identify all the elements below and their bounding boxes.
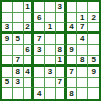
sudoku-cell-r1c2[interactable]: [13, 2, 24, 13]
sudoku-cell-r4c1[interactable]: 9: [2, 34, 13, 45]
sudoku-cell-r1c7[interactable]: [67, 2, 78, 13]
sudoku-cell-r8c8[interactable]: [77, 78, 88, 89]
sudoku-cell-r5c7[interactable]: 9: [67, 45, 78, 56]
sudoku-cell-r3c9[interactable]: [88, 23, 99, 34]
sudoku-cell-r1c8[interactable]: [77, 2, 88, 13]
sudoku-cell-r1c6[interactable]: 3: [56, 2, 67, 13]
sudoku-cell-r3c7[interactable]: 4: [67, 23, 78, 34]
sudoku-cell-r8c4[interactable]: [34, 78, 45, 89]
sudoku-cell-r4c9[interactable]: [88, 34, 99, 45]
sudoku-cell-r9c7[interactable]: 8: [67, 88, 78, 99]
sudoku-cell-r3c2[interactable]: [13, 23, 24, 34]
sudoku-cell-r3c8[interactable]: 7: [77, 23, 88, 34]
sudoku-cell-r8c1[interactable]: 5: [2, 78, 13, 89]
sudoku-cell-r9c1[interactable]: [2, 88, 13, 99]
sudoku-cell-r4c8[interactable]: 4: [77, 34, 88, 45]
sudoku-cell-r7c9[interactable]: 9: [88, 67, 99, 78]
sudoku-cell-r8c9[interactable]: [88, 78, 99, 89]
sudoku-cell-r9c6[interactable]: [56, 88, 67, 99]
sudoku-cell-r9c8[interactable]: [77, 88, 88, 99]
sudoku-cell-r2c2[interactable]: [13, 13, 24, 24]
sudoku-cell-r7c7[interactable]: 7: [67, 67, 78, 78]
sudoku-cell-r9c2[interactable]: [13, 88, 24, 99]
sudoku-cell-r8c5[interactable]: [45, 78, 56, 89]
sudoku-cell-r3c1[interactable]: 3: [2, 23, 13, 34]
sudoku-cell-r9c3[interactable]: [24, 88, 35, 99]
sudoku-cell-r1c9[interactable]: [88, 2, 99, 13]
sudoku-cell-r5c5[interactable]: [45, 45, 56, 56]
sudoku-cell-r5c1[interactable]: [2, 45, 13, 56]
sudoku-cell-r9c4[interactable]: 4: [34, 88, 45, 99]
sudoku-cell-r1c3[interactable]: 1: [24, 2, 35, 13]
sudoku-cell-r9c9[interactable]: [88, 88, 99, 99]
sudoku-cell-r8c6[interactable]: 7: [56, 78, 67, 89]
sudoku-cell-r7c2[interactable]: 8: [13, 67, 24, 78]
sudoku-cell-r3c3[interactable]: 2: [24, 23, 35, 34]
sudoku-cell-r6c2[interactable]: 7: [13, 56, 24, 67]
sudoku-cell-r3c6[interactable]: [56, 23, 67, 34]
sudoku-cell-r1c5[interactable]: [45, 2, 56, 13]
sudoku-cell-r7c8[interactable]: [77, 67, 88, 78]
sudoku-cell-r6c9[interactable]: 5: [88, 56, 99, 67]
sudoku-cell-r7c4[interactable]: [34, 67, 45, 78]
sudoku-cell-r4c3[interactable]: [24, 34, 35, 45]
sudoku-cell-r3c5[interactable]: 1: [45, 23, 56, 34]
sudoku-cell-r2c9[interactable]: 2: [88, 13, 99, 24]
sudoku-cell-r7c6[interactable]: [56, 67, 67, 78]
sudoku-cell-r3c4[interactable]: [34, 23, 45, 34]
sudoku-cell-r8c7[interactable]: [67, 78, 78, 89]
sudoku-cell-r4c7[interactable]: [67, 34, 78, 45]
sudoku-cell-r4c2[interactable]: 5: [13, 34, 24, 45]
sudoku-cell-r5c4[interactable]: 3: [34, 45, 45, 56]
sudoku-cell-r6c1[interactable]: [2, 56, 13, 67]
sudoku-cell-r6c5[interactable]: [45, 56, 56, 67]
sudoku-cell-r7c5[interactable]: 3: [45, 67, 56, 78]
sudoku-cell-r4c4[interactable]: 7: [34, 34, 45, 45]
sudoku-cell-r8c2[interactable]: 3: [13, 78, 24, 89]
sudoku-cell-r6c4[interactable]: [34, 56, 45, 67]
sudoku-cell-r4c6[interactable]: [56, 34, 67, 45]
sudoku-cell-r8c3[interactable]: [24, 78, 35, 89]
sudoku-cell-r7c3[interactable]: 4: [24, 67, 35, 78]
sudoku-cell-r2c4[interactable]: 6: [34, 13, 45, 24]
sudoku-cell-r1c4[interactable]: [34, 2, 45, 13]
sudoku-cell-r1c1[interactable]: [2, 2, 13, 13]
sudoku-cell-r6c6[interactable]: 1: [56, 56, 67, 67]
sudoku-cell-r7c1[interactable]: [2, 67, 13, 78]
sudoku-cell-r6c3[interactable]: [24, 56, 35, 67]
sudoku-cell-r9c5[interactable]: [45, 88, 56, 99]
sudoku-cell-r6c7[interactable]: [67, 56, 78, 67]
sudoku-cell-r5c3[interactable]: 6: [24, 45, 35, 56]
sudoku-cell-r4c5[interactable]: [45, 34, 56, 45]
sudoku-cell-r6c8[interactable]: 8: [77, 56, 88, 67]
sudoku-cell-r2c6[interactable]: [56, 13, 67, 24]
sudoku-board: 13612321479574638971858437953748: [0, 0, 101, 101]
